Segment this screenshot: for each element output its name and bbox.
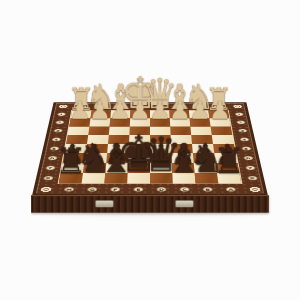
rank-label-left-3: 3 <box>53 129 63 133</box>
square-f3 <box>109 127 130 136</box>
square-d1: ♛ <box>150 110 170 118</box>
square-g4 <box>87 135 109 144</box>
square-e1: ♚ <box>130 110 150 118</box>
square-b8: ♞ <box>195 173 219 183</box>
rank-label-right-4: 4 <box>239 138 249 142</box>
file-label-bottom-H: H <box>64 187 75 192</box>
square-e3 <box>129 127 150 136</box>
chessboard: ♜♞♝♚♛♝♞♜♟♟♟♟♟♟♟♟♟♟♟♟♟♟♟♟♜♞♝♚♛♝♞♜ HH11GG2… <box>32 102 268 195</box>
square-a3 <box>211 127 233 136</box>
square-a2: ♟ <box>209 118 230 126</box>
board-front-edge <box>31 195 269 213</box>
square-f7: ♟ <box>105 163 128 173</box>
square-b6 <box>193 153 216 163</box>
rank-label-right-8: 8 <box>247 176 258 180</box>
file-label-bottom-B: B <box>202 187 212 192</box>
file-label-top-E: E <box>136 105 144 108</box>
square-g2: ♟ <box>89 118 110 126</box>
square-c2: ♟ <box>170 118 191 126</box>
square-e5 <box>129 144 150 153</box>
square-f6 <box>106 153 128 163</box>
square-g1: ♞ <box>91 110 112 118</box>
square-g8: ♞ <box>82 173 106 183</box>
file-label-top-B: B <box>194 105 203 108</box>
square-b3 <box>190 127 211 136</box>
square-f5 <box>107 144 129 153</box>
square-d4 <box>150 135 171 144</box>
square-g5 <box>86 144 108 153</box>
square-d6 <box>150 153 172 163</box>
corner-rosette-1 <box>232 104 243 108</box>
square-d2: ♟ <box>150 118 170 126</box>
rank-label-right-3: 3 <box>238 129 248 133</box>
square-g6 <box>84 153 107 163</box>
file-label-bottom-A: A <box>225 187 236 192</box>
file-label-top-F: F <box>117 105 125 108</box>
corner-rosette-2 <box>39 186 52 192</box>
brass-hinge-left <box>96 201 114 208</box>
square-d5 <box>150 144 171 153</box>
square-b2: ♟ <box>190 118 211 126</box>
square-h5 <box>64 144 87 153</box>
square-e4 <box>129 135 150 144</box>
square-d8: ♛ <box>150 173 173 183</box>
square-f2: ♟ <box>110 118 131 126</box>
square-a7: ♟ <box>216 163 240 173</box>
file-label-bottom-E: E <box>133 187 143 192</box>
file-label-bottom-D: D <box>157 187 167 192</box>
rank-label-left-5: 5 <box>49 147 59 151</box>
square-a8: ♜ <box>217 173 241 183</box>
file-label-top-C: C <box>175 105 183 108</box>
rank-label-right-2: 2 <box>236 121 245 125</box>
square-a6 <box>214 153 237 163</box>
square-c4 <box>171 135 192 144</box>
corner-rosette-0 <box>57 104 68 108</box>
playing-area: ♜♞♝♚♛♝♞♜♟♟♟♟♟♟♟♟♟♟♟♟♟♟♟♟♜♞♝♚♛♝♞♜ <box>58 110 243 184</box>
square-f4 <box>108 135 129 144</box>
square-h6 <box>63 153 86 163</box>
corner-rosette-3 <box>248 186 261 192</box>
square-h3 <box>68 127 90 136</box>
square-a1: ♜ <box>208 110 229 118</box>
file-label-top-D: D <box>155 105 163 108</box>
rank-label-left-2: 2 <box>55 121 64 125</box>
square-h8: ♜ <box>59 173 83 183</box>
file-label-bottom-G: G <box>87 187 97 192</box>
file-label-top-G: G <box>97 105 106 108</box>
square-g3 <box>88 127 109 136</box>
rank-label-left-1: 1 <box>57 113 66 116</box>
square-e7: ♟ <box>128 163 150 173</box>
square-h1: ♜ <box>71 110 92 118</box>
file-label-top-A: A <box>213 105 222 108</box>
rank-label-left-6: 6 <box>47 156 57 160</box>
rank-label-right-6: 6 <box>243 156 253 160</box>
square-a5 <box>213 144 236 153</box>
file-label-top-H: H <box>78 105 87 108</box>
square-g7: ♟ <box>83 163 106 173</box>
square-h4 <box>66 135 88 144</box>
square-h7: ♟ <box>61 163 85 173</box>
rank-label-left-7: 7 <box>45 166 55 170</box>
square-f1: ♝ <box>110 110 130 118</box>
square-b4 <box>191 135 213 144</box>
square-a4 <box>212 135 234 144</box>
square-e8: ♚ <box>127 173 150 183</box>
chess-set-photo: ♜♞♝♚♛♝♞♜♟♟♟♟♟♟♟♟♟♟♟♟♟♟♟♟♜♞♝♚♛♝♞♜ HH11GG2… <box>0 0 300 300</box>
square-b1: ♞ <box>189 110 210 118</box>
file-label-bottom-F: F <box>110 187 120 192</box>
square-h2: ♟ <box>69 118 90 126</box>
rank-label-left-4: 4 <box>51 138 61 142</box>
rank-label-left-8: 8 <box>43 176 54 180</box>
square-d7: ♟ <box>150 163 172 173</box>
rank-label-right-1: 1 <box>234 113 243 116</box>
square-c8: ♝ <box>172 173 195 183</box>
square-c6 <box>171 153 193 163</box>
rank-label-right-7: 7 <box>245 166 255 170</box>
square-c5 <box>171 144 193 153</box>
square-c3 <box>170 127 191 136</box>
square-c1: ♝ <box>169 110 189 118</box>
file-label-bottom-C: C <box>180 187 190 192</box>
square-b7: ♟ <box>194 163 217 173</box>
square-e6 <box>128 153 150 163</box>
square-e2: ♟ <box>130 118 150 126</box>
square-f8: ♝ <box>104 173 127 183</box>
rank-label-right-5: 5 <box>241 147 251 151</box>
brass-hinge-right <box>176 201 194 208</box>
square-d3 <box>150 127 171 136</box>
square-c7: ♟ <box>172 163 195 173</box>
square-b5 <box>192 144 214 153</box>
